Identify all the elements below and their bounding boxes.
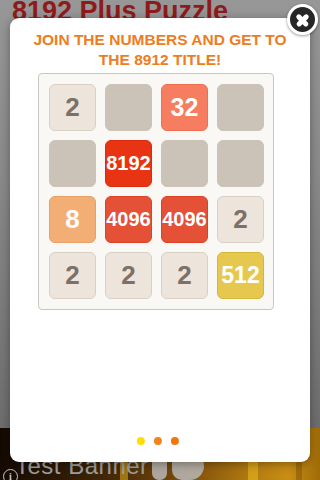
tile-r1c4-empty (217, 84, 264, 131)
pager-dot-3[interactable] (171, 437, 179, 445)
tile-r3c4-2: 2 (217, 196, 264, 243)
tutorial-dialog: JOIN THE NUMBERS AND GET TO THE 8912 TIT… (10, 18, 310, 462)
tile-r2c3-empty (161, 140, 208, 187)
pager-dot-1-active[interactable] (137, 437, 145, 445)
tile-r4c4-512: 512 (217, 252, 264, 299)
tile-r2c1-empty (49, 140, 96, 187)
close-button[interactable] (287, 4, 318, 35)
tile-r2c4-empty (217, 140, 264, 187)
screen: 8192 Plus Puzzle Test Banner i JOIN THE … (0, 0, 320, 480)
tile-r3c2-4096: 4096 (105, 196, 152, 243)
tile-r4c3-2: 2 (161, 252, 208, 299)
tile-r2c2-8192: 8192 (105, 140, 152, 187)
tile-r1c3-32: 32 (161, 84, 208, 131)
info-icon[interactable]: i (3, 469, 18, 480)
tile-r3c3-4096: 4096 (161, 196, 208, 243)
dialog-headline: JOIN THE NUMBERS AND GET TO THE 8912 TIT… (31, 30, 289, 70)
pager-dots (137, 437, 179, 445)
tile-r4c2-2: 2 (105, 252, 152, 299)
tile-r1c2-empty (105, 84, 152, 131)
tile-r3c1-8: 8 (49, 196, 96, 243)
tile-r4c1-2: 2 (49, 252, 96, 299)
pager-dot-2[interactable] (154, 437, 162, 445)
tile-r1c1-2: 2 (49, 84, 96, 131)
puzzle-board: 23281928409640962222512 (38, 73, 274, 310)
